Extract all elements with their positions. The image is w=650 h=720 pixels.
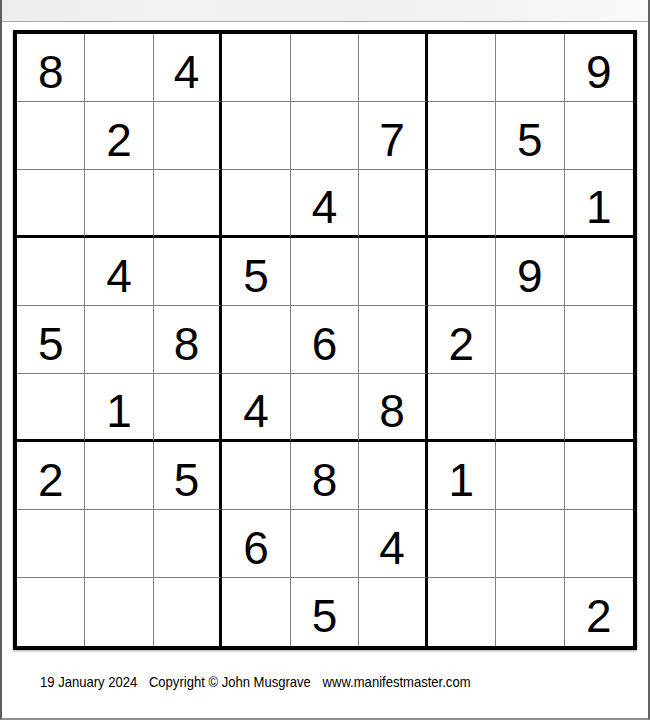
cell-r2c8[interactable]: 5 — [496, 102, 564, 170]
cell-r5c6[interactable] — [359, 306, 427, 374]
cell-r1c8[interactable] — [496, 34, 564, 102]
given-digit: 5 — [243, 253, 269, 299]
cell-r8c1[interactable] — [17, 510, 85, 578]
puzzle-page: 84927541459586214825816452 19 January 20… — [0, 0, 650, 720]
given-digit: 7 — [379, 117, 405, 163]
cell-r9c4[interactable] — [222, 578, 290, 646]
footer-date: 19 January 2024 — [40, 674, 137, 690]
cell-r5c3[interactable]: 8 — [154, 306, 222, 374]
cell-r1c9[interactable]: 9 — [565, 34, 633, 102]
cell-r4c9[interactable] — [565, 238, 633, 306]
cell-r1c3[interactable]: 4 — [154, 34, 222, 102]
cell-r4c2[interactable]: 4 — [85, 238, 153, 306]
cell-r2c7[interactable] — [428, 102, 496, 170]
given-digit: 1 — [106, 388, 132, 434]
given-digit: 2 — [449, 321, 475, 367]
given-digit: 6 — [312, 321, 338, 367]
cell-r8c9[interactable] — [565, 510, 633, 578]
cell-r2c2[interactable]: 2 — [85, 102, 153, 170]
cell-r8c4[interactable]: 6 — [222, 510, 290, 578]
cell-r4c5[interactable] — [291, 238, 359, 306]
cell-r7c8[interactable] — [496, 442, 564, 510]
cell-r4c4[interactable]: 5 — [222, 238, 290, 306]
cell-r8c2[interactable] — [85, 510, 153, 578]
cell-r6c5[interactable] — [291, 374, 359, 442]
cell-r6c4[interactable]: 4 — [222, 374, 290, 442]
cell-r1c5[interactable] — [291, 34, 359, 102]
given-digit: 5 — [38, 321, 64, 367]
given-digit: 1 — [449, 457, 475, 503]
cell-r9c8[interactable] — [496, 578, 564, 646]
cell-r7c2[interactable] — [85, 442, 153, 510]
footer-website: www.manifestmaster.com — [323, 674, 471, 690]
cell-r7c1[interactable]: 2 — [17, 442, 85, 510]
given-digit: 1 — [586, 184, 612, 230]
cell-r9c6[interactable] — [359, 578, 427, 646]
cell-r2c5[interactable] — [291, 102, 359, 170]
cell-r5c2[interactable] — [85, 306, 153, 374]
cell-r3c4[interactable] — [222, 170, 290, 238]
cell-r2c4[interactable] — [222, 102, 290, 170]
cell-r5c7[interactable]: 2 — [428, 306, 496, 374]
given-digit: 4 — [312, 184, 338, 230]
cell-r9c7[interactable] — [428, 578, 496, 646]
given-digit: 5 — [174, 457, 200, 503]
cell-r3c3[interactable] — [154, 170, 222, 238]
cell-r7c9[interactable] — [565, 442, 633, 510]
sudoku-board: 84927541459586214825816452 — [13, 30, 637, 650]
cell-r3c2[interactable] — [85, 170, 153, 238]
cell-r1c6[interactable] — [359, 34, 427, 102]
footer-copyright: Copyright © John Musgrave — [149, 674, 311, 690]
window-top-bar — [2, 0, 648, 22]
cell-r7c3[interactable]: 5 — [154, 442, 222, 510]
given-digit: 8 — [379, 388, 405, 434]
cell-r6c7[interactable] — [428, 374, 496, 442]
given-digit: 4 — [243, 388, 269, 434]
cell-r7c4[interactable] — [222, 442, 290, 510]
cell-r3c9[interactable]: 1 — [565, 170, 633, 238]
cell-r1c1[interactable]: 8 — [17, 34, 85, 102]
given-digit: 2 — [586, 593, 612, 639]
cell-r7c7[interactable]: 1 — [428, 442, 496, 510]
cell-r3c6[interactable] — [359, 170, 427, 238]
given-digit: 2 — [106, 117, 132, 163]
given-digit: 4 — [379, 525, 405, 571]
cell-r3c5[interactable]: 4 — [291, 170, 359, 238]
cell-r6c1[interactable] — [17, 374, 85, 442]
cell-r4c7[interactable] — [428, 238, 496, 306]
cell-r8c6[interactable]: 4 — [359, 510, 427, 578]
given-digit: 4 — [106, 253, 132, 299]
cell-r3c1[interactable] — [17, 170, 85, 238]
cell-r2c9[interactable] — [565, 102, 633, 170]
cell-r6c2[interactable]: 1 — [85, 374, 153, 442]
cell-r1c4[interactable] — [222, 34, 290, 102]
cell-r2c6[interactable]: 7 — [359, 102, 427, 170]
cell-r9c1[interactable] — [17, 578, 85, 646]
given-digit: 8 — [312, 457, 338, 503]
cell-r4c1[interactable] — [17, 238, 85, 306]
cell-r9c2[interactable] — [85, 578, 153, 646]
cell-r7c5[interactable]: 8 — [291, 442, 359, 510]
cell-r9c3[interactable] — [154, 578, 222, 646]
cell-r5c8[interactable] — [496, 306, 564, 374]
cell-r5c9[interactable] — [565, 306, 633, 374]
given-digit: 8 — [38, 49, 64, 95]
cell-r4c8[interactable]: 9 — [496, 238, 564, 306]
cell-r8c8[interactable] — [496, 510, 564, 578]
cell-r5c4[interactable] — [222, 306, 290, 374]
cell-r3c7[interactable] — [428, 170, 496, 238]
given-digit: 2 — [38, 457, 64, 503]
cell-r5c5[interactable]: 6 — [291, 306, 359, 374]
cell-r6c6[interactable]: 8 — [359, 374, 427, 442]
cell-r8c5[interactable] — [291, 510, 359, 578]
cell-r6c9[interactable] — [565, 374, 633, 442]
cell-r6c8[interactable] — [496, 374, 564, 442]
cell-r2c1[interactable] — [17, 102, 85, 170]
cell-r8c3[interactable] — [154, 510, 222, 578]
cell-r5c1[interactable]: 5 — [17, 306, 85, 374]
given-digit: 8 — [174, 321, 200, 367]
cell-r3c8[interactable] — [496, 170, 564, 238]
cell-r1c2[interactable] — [85, 34, 153, 102]
cell-r6c3[interactable] — [154, 374, 222, 442]
given-digit: 9 — [586, 49, 612, 95]
given-digit: 6 — [243, 525, 269, 571]
cell-r9c9[interactable]: 2 — [565, 578, 633, 646]
given-digit: 5 — [517, 117, 543, 163]
cell-r8c7[interactable] — [428, 510, 496, 578]
cell-r4c3[interactable] — [154, 238, 222, 306]
given-digit: 5 — [312, 593, 338, 639]
footer: 19 January 2024 Copyright © John Musgrav… — [40, 674, 471, 690]
given-digit: 9 — [517, 253, 543, 299]
cell-r4c6[interactable] — [359, 238, 427, 306]
cell-r1c7[interactable] — [428, 34, 496, 102]
cell-r7c6[interactable] — [359, 442, 427, 510]
cell-r9c5[interactable]: 5 — [291, 578, 359, 646]
cell-r2c3[interactable] — [154, 102, 222, 170]
given-digit: 4 — [174, 49, 200, 95]
